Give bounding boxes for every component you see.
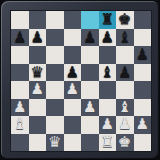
square-h3[interactable] [134, 99, 152, 117]
square-d6[interactable] [64, 46, 82, 64]
piece-white-pawn[interactable]: ♟ [31, 81, 44, 98]
piece-black-pawn[interactable]: ♟ [118, 64, 131, 81]
square-h4[interactable] [134, 81, 152, 99]
square-b7[interactable]: ♟ [29, 29, 47, 47]
piece-white-pawn[interactable]: ♟ [83, 99, 96, 116]
board-frame: ♜♚♟♟♟♟♝♟♛♟♝♟♟♟♟♟♝♝♟♟♟♛♜♚ [1, 1, 159, 159]
piece-black-pawn[interactable]: ♟ [13, 29, 26, 46]
piece-black-pawn[interactable]: ♟ [136, 46, 149, 63]
square-e5[interactable] [81, 64, 99, 82]
square-b2[interactable] [29, 116, 47, 134]
square-g6[interactable] [116, 46, 134, 64]
square-c3[interactable] [46, 99, 64, 117]
piece-black-pawn[interactable]: ♟ [101, 29, 114, 46]
square-d2[interactable] [64, 116, 82, 134]
piece-white-bishop[interactable]: ♝ [118, 99, 131, 116]
square-g3[interactable]: ♝ [116, 99, 134, 117]
square-f2[interactable]: ♟ [99, 116, 117, 134]
piece-white-pawn[interactable]: ♟ [66, 81, 79, 98]
square-e4[interactable] [81, 81, 99, 99]
square-c7[interactable] [46, 29, 64, 47]
square-f4[interactable] [99, 81, 117, 99]
chess-board[interactable]: ♜♚♟♟♟♟♝♟♛♟♝♟♟♟♟♟♝♝♟♟♟♛♜♚ [11, 11, 151, 151]
square-a8[interactable] [11, 11, 29, 29]
piece-black-rook[interactable]: ♜ [101, 11, 114, 28]
square-e7[interactable]: ♟ [81, 29, 99, 47]
square-a4[interactable] [11, 81, 29, 99]
square-c4[interactable] [46, 81, 64, 99]
square-b8[interactable] [29, 11, 47, 29]
piece-white-pawn[interactable]: ♟ [118, 116, 131, 133]
square-c5[interactable] [46, 64, 64, 82]
chess-app: ♜♚♟♟♟♟♝♟♛♟♝♟♟♟♟♟♝♝♟♟♟♛♜♚ [0, 0, 160, 160]
piece-white-pawn[interactable]: ♟ [136, 116, 149, 133]
square-g8[interactable]: ♚ [116, 11, 134, 29]
square-c8[interactable] [46, 11, 64, 29]
square-d5[interactable]: ♟ [64, 64, 82, 82]
square-e1[interactable] [81, 134, 99, 152]
piece-black-pawn[interactable]: ♟ [66, 64, 79, 81]
piece-white-king[interactable]: ♚ [118, 134, 131, 151]
square-f3[interactable] [99, 99, 117, 117]
square-d1[interactable] [64, 134, 82, 152]
square-g4[interactable] [116, 81, 134, 99]
square-c1[interactable]: ♛ [46, 134, 64, 152]
square-b4[interactable]: ♟ [29, 81, 47, 99]
square-h6[interactable]: ♟ [134, 46, 152, 64]
piece-white-pawn[interactable]: ♟ [101, 116, 114, 133]
piece-white-pawn[interactable]: ♟ [13, 99, 26, 116]
square-e3[interactable]: ♟ [81, 99, 99, 117]
square-f7[interactable]: ♟ [99, 29, 117, 47]
square-h8[interactable] [134, 11, 152, 29]
square-g5[interactable]: ♟ [116, 64, 134, 82]
square-h7[interactable] [134, 29, 152, 47]
square-f1[interactable]: ♜ [99, 134, 117, 152]
square-d7[interactable] [64, 29, 82, 47]
piece-black-queen[interactable]: ♛ [31, 64, 44, 81]
square-a1[interactable] [11, 134, 29, 152]
square-e6[interactable] [81, 46, 99, 64]
piece-white-queen[interactable]: ♛ [48, 134, 61, 151]
piece-black-pawn[interactable]: ♟ [83, 29, 96, 46]
square-a6[interactable] [11, 46, 29, 64]
square-h2[interactable]: ♟ [134, 116, 152, 134]
square-f5[interactable]: ♝ [99, 64, 117, 82]
square-g1[interactable]: ♚ [116, 134, 134, 152]
piece-white-bishop[interactable]: ♝ [13, 116, 26, 133]
square-f8[interactable]: ♜ [99, 11, 117, 29]
square-d3[interactable] [64, 99, 82, 117]
square-a5[interactable] [11, 64, 29, 82]
square-b3[interactable] [29, 99, 47, 117]
square-b6[interactable] [29, 46, 47, 64]
piece-black-king[interactable]: ♚ [118, 11, 131, 28]
piece-black-pawn[interactable]: ♟ [31, 29, 44, 46]
piece-white-rook[interactable]: ♜ [101, 134, 114, 151]
square-e8[interactable] [81, 11, 99, 29]
square-c2[interactable] [46, 116, 64, 134]
square-g7[interactable]: ♝ [116, 29, 134, 47]
square-h1[interactable] [134, 134, 152, 152]
square-a2[interactable]: ♝ [11, 116, 29, 134]
square-g2[interactable]: ♟ [116, 116, 134, 134]
square-d8[interactable] [64, 11, 82, 29]
square-a7[interactable]: ♟ [11, 29, 29, 47]
piece-black-bishop[interactable]: ♝ [118, 29, 131, 46]
square-b1[interactable] [29, 134, 47, 152]
piece-black-bishop[interactable]: ♝ [101, 64, 114, 81]
square-c6[interactable] [46, 46, 64, 64]
square-f6[interactable] [99, 46, 117, 64]
square-h5[interactable] [134, 64, 152, 82]
square-b5[interactable]: ♛ [29, 64, 47, 82]
square-a3[interactable]: ♟ [11, 99, 29, 117]
square-e2[interactable] [81, 116, 99, 134]
square-d4[interactable]: ♟ [64, 81, 82, 99]
